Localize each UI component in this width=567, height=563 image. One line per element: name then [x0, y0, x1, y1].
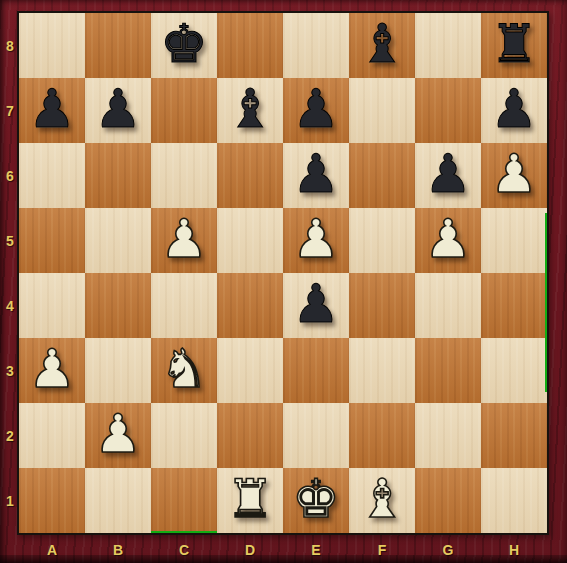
square-c5[interactable]: ♟	[151, 208, 217, 273]
piece-black-king[interactable]: ♚	[160, 17, 208, 70]
square-f3[interactable]	[349, 338, 415, 403]
square-g3[interactable]	[415, 338, 481, 403]
piece-white-bishop[interactable]: ♝	[358, 472, 406, 525]
piece-white-pawn[interactable]: ♟	[292, 212, 340, 265]
rank-label-3: 3	[6, 363, 14, 379]
square-e5[interactable]: ♟	[283, 208, 349, 273]
piece-white-pawn[interactable]: ♟	[160, 212, 208, 265]
chess-board: ♚♝♜♟♟♝♟♟♟♟♟♟♟♟♟♟♞♟♜♚♝	[19, 13, 547, 533]
file-label-f: F	[378, 542, 387, 558]
rank-label-8: 8	[6, 38, 14, 54]
square-e7[interactable]: ♟	[283, 78, 349, 143]
square-g4[interactable]	[415, 273, 481, 338]
piece-black-bishop[interactable]: ♝	[226, 82, 274, 135]
piece-black-pawn[interactable]: ♟	[490, 82, 538, 135]
square-c7[interactable]	[151, 78, 217, 143]
rank-label-7: 7	[6, 103, 14, 119]
square-f4[interactable]	[349, 273, 415, 338]
square-e1[interactable]: ♚	[283, 468, 349, 533]
file-label-a: A	[47, 542, 57, 558]
square-c4[interactable]	[151, 273, 217, 338]
square-g8[interactable]	[415, 13, 481, 78]
piece-black-pawn[interactable]: ♟	[292, 82, 340, 135]
square-h2[interactable]	[481, 403, 547, 468]
square-d8[interactable]	[217, 13, 283, 78]
piece-black-bishop[interactable]: ♝	[358, 17, 406, 70]
piece-black-pawn[interactable]: ♟	[424, 147, 472, 200]
square-b1[interactable]	[85, 468, 151, 533]
square-g7[interactable]	[415, 78, 481, 143]
file-label-g: G	[443, 542, 454, 558]
square-f8[interactable]: ♝	[349, 13, 415, 78]
piece-white-rook[interactable]: ♜	[226, 472, 274, 525]
square-e2[interactable]	[283, 403, 349, 468]
square-b8[interactable]	[85, 13, 151, 78]
square-g5[interactable]: ♟	[415, 208, 481, 273]
square-h5[interactable]	[481, 208, 547, 273]
rank-label-5: 5	[6, 233, 14, 249]
square-d2[interactable]	[217, 403, 283, 468]
piece-black-pawn[interactable]: ♟	[292, 147, 340, 200]
square-e4[interactable]: ♟	[283, 273, 349, 338]
piece-black-pawn[interactable]: ♟	[94, 82, 142, 135]
square-f1[interactable]: ♝	[349, 468, 415, 533]
square-a8[interactable]	[19, 13, 85, 78]
rank-label-6: 6	[6, 168, 14, 184]
square-e6[interactable]: ♟	[283, 143, 349, 208]
square-b3[interactable]	[85, 338, 151, 403]
square-a4[interactable]	[19, 273, 85, 338]
square-c6[interactable]	[151, 143, 217, 208]
square-a2[interactable]	[19, 403, 85, 468]
square-b7[interactable]: ♟	[85, 78, 151, 143]
piece-white-pawn[interactable]: ♟	[94, 407, 142, 460]
file-label-b: B	[113, 542, 123, 558]
square-f6[interactable]	[349, 143, 415, 208]
square-h8[interactable]: ♜	[481, 13, 547, 78]
chess-app-window: { "game": "chess", "position": { "fen": …	[0, 0, 567, 563]
square-h1[interactable]	[481, 468, 547, 533]
square-d7[interactable]: ♝	[217, 78, 283, 143]
file-label-d: D	[245, 542, 255, 558]
square-b6[interactable]	[85, 143, 151, 208]
square-e8[interactable]	[283, 13, 349, 78]
green-edge-highlight-bottom	[151, 531, 217, 533]
file-label-e: E	[311, 542, 320, 558]
piece-white-pawn[interactable]: ♟	[28, 342, 76, 395]
rank-label-2: 2	[6, 428, 14, 444]
square-d5[interactable]	[217, 208, 283, 273]
square-g6[interactable]: ♟	[415, 143, 481, 208]
square-f7[interactable]	[349, 78, 415, 143]
square-a1[interactable]	[19, 468, 85, 533]
square-h4[interactable]	[481, 273, 547, 338]
file-label-c: C	[179, 542, 189, 558]
piece-white-pawn[interactable]: ♟	[490, 147, 538, 200]
square-h6[interactable]: ♟	[481, 143, 547, 208]
square-e3[interactable]	[283, 338, 349, 403]
green-edge-highlight-right	[545, 213, 547, 392]
square-g2[interactable]	[415, 403, 481, 468]
piece-black-rook[interactable]: ♜	[490, 17, 538, 70]
square-d1[interactable]: ♜	[217, 468, 283, 533]
square-d3[interactable]	[217, 338, 283, 403]
piece-white-pawn[interactable]: ♟	[424, 212, 472, 265]
square-b2[interactable]: ♟	[85, 403, 151, 468]
square-b5[interactable]	[85, 208, 151, 273]
square-a6[interactable]	[19, 143, 85, 208]
square-d6[interactable]	[217, 143, 283, 208]
square-a7[interactable]: ♟	[19, 78, 85, 143]
rank-label-4: 4	[6, 298, 14, 314]
square-f5[interactable]	[349, 208, 415, 273]
square-d4[interactable]	[217, 273, 283, 338]
square-a3[interactable]: ♟	[19, 338, 85, 403]
piece-white-knight[interactable]: ♞	[160, 342, 208, 395]
square-b4[interactable]	[85, 273, 151, 338]
square-c8[interactable]: ♚	[151, 13, 217, 78]
piece-black-pawn[interactable]: ♟	[28, 82, 76, 135]
square-a5[interactable]	[19, 208, 85, 273]
square-c1[interactable]	[151, 468, 217, 533]
piece-black-pawn[interactable]: ♟	[292, 277, 340, 330]
rank-label-1: 1	[6, 493, 14, 509]
file-label-h: H	[509, 542, 519, 558]
square-h3[interactable]	[481, 338, 547, 403]
square-g1[interactable]	[415, 468, 481, 533]
square-c3[interactable]: ♞	[151, 338, 217, 403]
square-c2[interactable]	[151, 403, 217, 468]
square-h7[interactable]: ♟	[481, 78, 547, 143]
square-f2[interactable]	[349, 403, 415, 468]
board-border: ♚♝♜♟♟♝♟♟♟♟♟♟♟♟♟♟♞♟♜♚♝	[17, 11, 549, 535]
piece-white-king[interactable]: ♚	[292, 472, 340, 525]
